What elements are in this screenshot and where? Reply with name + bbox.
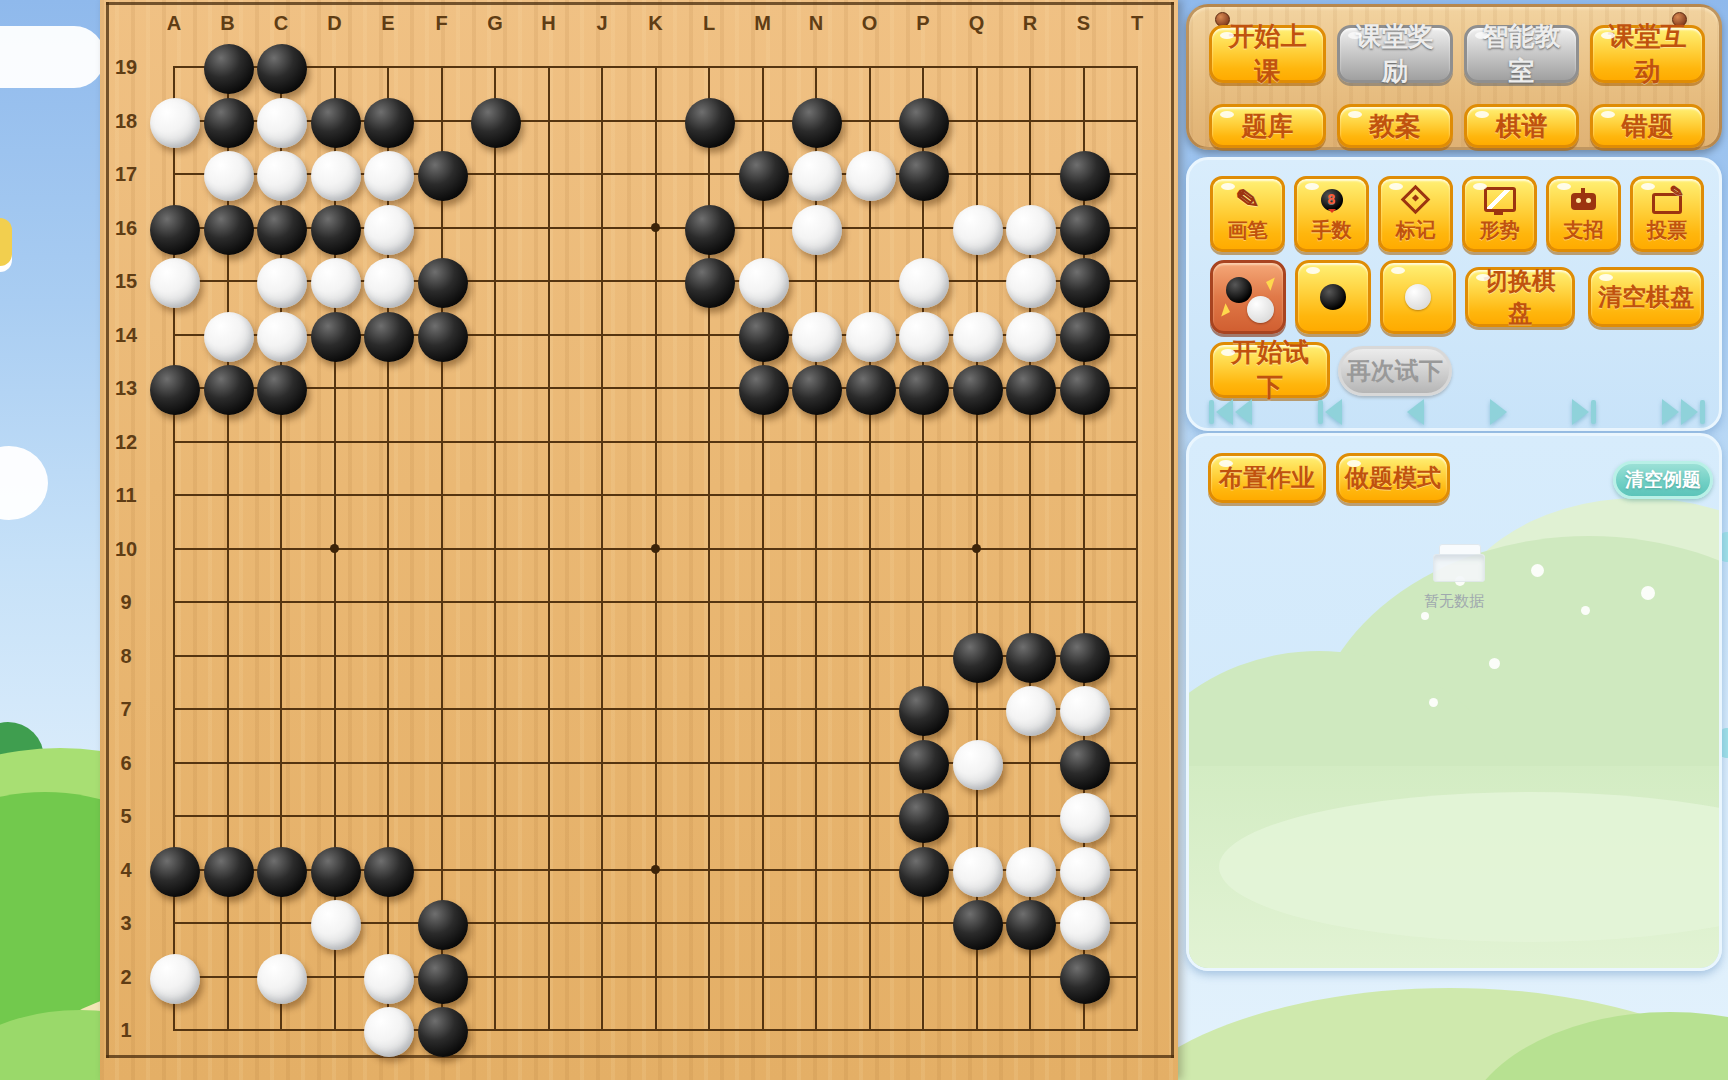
stone-black-F2[interactable]: [418, 954, 468, 1004]
grid-line: [762, 66, 764, 1031]
stone-black-R8[interactable]: [1006, 633, 1056, 683]
column-label: K: [644, 12, 668, 34]
stone-black-B18[interactable]: [204, 98, 254, 148]
stone-black-S8[interactable]: [1060, 633, 1110, 683]
stone-black-F15[interactable]: [418, 258, 468, 308]
board-layer: A19B18C17D16E15F14G13H12J11K10L9M8N7O6P5…: [0, 0, 1178, 1080]
smart-classroom-button[interactable]: 智能教室: [1464, 25, 1579, 83]
stone-white-P14[interactable]: [899, 312, 949, 362]
stone-black-L15[interactable]: [685, 258, 735, 308]
start-trial-button[interactable]: 开始试下: [1210, 342, 1330, 398]
row-label: 8: [104, 645, 148, 667]
stone-white-Q6[interactable]: [953, 740, 1003, 790]
mark-tool-button[interactable]: 标记: [1378, 176, 1453, 252]
row-label: 10: [104, 538, 148, 560]
stone-black-C4[interactable]: [257, 847, 307, 897]
stone-white-S3[interactable]: [1060, 900, 1110, 950]
stone-white-D17[interactable]: [311, 151, 361, 201]
stone-white-R4[interactable]: [1006, 847, 1056, 897]
stone-black-B13[interactable]: [204, 365, 254, 415]
game-record-button[interactable]: 棋谱: [1464, 104, 1579, 148]
row-label: 1: [104, 1019, 148, 1041]
black-stone-icon: [1320, 284, 1346, 310]
switch-board-button[interactable]: 切换棋盘: [1465, 267, 1575, 327]
stone-white-M15[interactable]: [739, 258, 789, 308]
stone-white-R14[interactable]: [1006, 312, 1056, 362]
empty-box-icon: [1433, 544, 1485, 582]
column-label: F: [430, 12, 454, 34]
stone-white-Q16[interactable]: [953, 205, 1003, 255]
stone-white-D3[interactable]: [311, 900, 361, 950]
stone-white-P15[interactable]: [899, 258, 949, 308]
row-label: 13: [104, 377, 148, 399]
prev-move-button[interactable]: [1407, 398, 1424, 426]
stone-white-A18[interactable]: [150, 98, 200, 148]
stone-white-B17[interactable]: [204, 151, 254, 201]
stone-white-S4[interactable]: [1060, 847, 1110, 897]
move-number-tool-button[interactable]: 8 手数: [1294, 176, 1369, 252]
column-label: N: [804, 12, 828, 34]
stone-black-P7[interactable]: [899, 686, 949, 736]
go-to-end-button[interactable]: [1662, 398, 1705, 426]
stone-black-R13[interactable]: [1006, 365, 1056, 415]
black-stone-button[interactable]: [1295, 260, 1371, 334]
stone-white-B14[interactable]: [204, 312, 254, 362]
star-point: [972, 544, 981, 553]
stone-black-N13[interactable]: [792, 365, 842, 415]
column-label: B: [216, 12, 240, 34]
stone-black-D4[interactable]: [311, 847, 361, 897]
row-label: 9: [104, 591, 148, 613]
stone-white-A15[interactable]: [150, 258, 200, 308]
stone-black-F17[interactable]: [418, 151, 468, 201]
pencil-icon: ✎: [1236, 185, 1259, 215]
stone-white-A2[interactable]: [150, 954, 200, 1004]
stone-black-S16[interactable]: [1060, 205, 1110, 255]
star-point: [651, 544, 660, 553]
column-label: S: [1072, 12, 1096, 34]
stone-white-R15[interactable]: [1006, 258, 1056, 308]
stone-white-E16[interactable]: [364, 205, 414, 255]
star-point: [330, 544, 339, 553]
tool-panel: ✎ 画笔 8 手数 标记 形势 支招 ✎ 投票: [1186, 157, 1722, 431]
app-window: A19B18C17D16E15F14G13H12J11K10L9M8N7O6P5…: [0, 0, 1728, 1080]
homework-panel: 布置作业 做题模式 清空例题 暂无数据: [1186, 433, 1722, 971]
stone-white-E17[interactable]: [364, 151, 414, 201]
stone-white-E15[interactable]: [364, 258, 414, 308]
column-label: H: [537, 12, 561, 34]
territory-tool-button[interactable]: 形势: [1462, 176, 1537, 252]
stone-white-O14[interactable]: [846, 312, 896, 362]
stone-black-A13[interactable]: [150, 365, 200, 415]
stone-black-S6[interactable]: [1060, 740, 1110, 790]
stone-black-F1[interactable]: [418, 1007, 468, 1057]
wrong-question-button[interactable]: 错题: [1590, 104, 1705, 148]
stone-black-L18[interactable]: [685, 98, 735, 148]
row-label: 15: [104, 270, 148, 292]
mark-diamond-icon: [1405, 185, 1426, 215]
row-label: 2: [104, 966, 148, 988]
question-bank-button[interactable]: 题库: [1209, 104, 1326, 148]
classroom-panel: 开始上课 课堂奖励 智能教室 课堂互动 题库 教案 棋谱 错题: [1186, 4, 1722, 150]
class-reward-button[interactable]: 课堂奖励: [1337, 25, 1453, 83]
stone-white-C17[interactable]: [257, 151, 307, 201]
next-move-button[interactable]: [1490, 398, 1507, 426]
stone-white-O17[interactable]: [846, 151, 896, 201]
grid-line: [173, 708, 1138, 710]
stone-white-R7[interactable]: [1006, 686, 1056, 736]
stone-white-S5[interactable]: [1060, 793, 1110, 843]
stone-black-A4[interactable]: [150, 847, 200, 897]
column-label: P: [911, 12, 935, 34]
stone-black-Q13[interactable]: [953, 365, 1003, 415]
stone-black-M17[interactable]: [739, 151, 789, 201]
step-back-button[interactable]: [1318, 398, 1342, 426]
clear-examples-button[interactable]: 清空例题: [1613, 461, 1713, 499]
stone-black-B4[interactable]: [204, 847, 254, 897]
column-label: O: [858, 12, 882, 34]
star-point: [651, 865, 660, 874]
class-interact-button[interactable]: 课堂互动: [1590, 25, 1705, 83]
row-label: 16: [104, 217, 148, 239]
stone-white-E1[interactable]: [364, 1007, 414, 1057]
swap-arrow-icon: [1257, 273, 1275, 291]
stone-white-N16[interactable]: [792, 205, 842, 255]
stone-white-Q14[interactable]: [953, 312, 1003, 362]
stone-black-E18[interactable]: [364, 98, 414, 148]
white-stone-icon: [1247, 296, 1274, 323]
stone-black-E14[interactable]: [364, 312, 414, 362]
stone-black-D18[interactable]: [311, 98, 361, 148]
hint-tool-button[interactable]: 支招: [1546, 176, 1621, 252]
stone-black-P6[interactable]: [899, 740, 949, 790]
stone-black-D14[interactable]: [311, 312, 361, 362]
stone-white-Q4[interactable]: [953, 847, 1003, 897]
stone-white-C18[interactable]: [257, 98, 307, 148]
stone-black-P13[interactable]: [899, 365, 949, 415]
stone-black-M14[interactable]: [739, 312, 789, 362]
row-label: 4: [104, 859, 148, 881]
assign-homework-button[interactable]: 布置作业: [1208, 453, 1326, 503]
alternate-stone-toggle[interactable]: [1210, 260, 1286, 334]
empty-state-text: 暂无数据: [1189, 592, 1719, 611]
stone-black-R3[interactable]: [1006, 900, 1056, 950]
white-stone-button[interactable]: [1380, 260, 1456, 334]
stone-black-B16[interactable]: [204, 205, 254, 255]
stone-black-L16[interactable]: [685, 205, 735, 255]
column-label: J: [590, 12, 614, 34]
row-label: 18: [104, 110, 148, 132]
swap-arrow-icon: [1221, 303, 1239, 321]
stone-black-Q8[interactable]: [953, 633, 1003, 683]
hint-robot-icon: [1571, 185, 1596, 215]
black-stone-icon: [1226, 277, 1252, 303]
stone-black-P18[interactable]: [899, 98, 949, 148]
stone-white-N17[interactable]: [792, 151, 842, 201]
stone-black-S13[interactable]: [1060, 365, 1110, 415]
stone-white-N14[interactable]: [792, 312, 842, 362]
stone-black-G18[interactable]: [471, 98, 521, 148]
grid-line: [173, 815, 1138, 817]
white-stone-icon: [1405, 284, 1431, 310]
clear-board-button[interactable]: 清空棋盘: [1588, 267, 1704, 327]
row-label: 17: [104, 163, 148, 185]
column-label: T: [1125, 12, 1149, 34]
row-label: 12: [104, 431, 148, 453]
column-label: C: [269, 12, 293, 34]
stone-black-F3[interactable]: [418, 900, 468, 950]
stone-white-S7[interactable]: [1060, 686, 1110, 736]
stone-white-C15[interactable]: [257, 258, 307, 308]
start-class-button[interactable]: 开始上课: [1209, 25, 1326, 83]
grid-line: [173, 1029, 1138, 1031]
grid-line: [173, 976, 1138, 978]
stone-white-C14[interactable]: [257, 312, 307, 362]
stone-black-Q3[interactable]: [953, 900, 1003, 950]
column-label: G: [483, 12, 507, 34]
column-label: Q: [965, 12, 989, 34]
stone-black-A16[interactable]: [150, 205, 200, 255]
row-label: 3: [104, 912, 148, 934]
step-forward-button[interactable]: [1572, 398, 1596, 426]
stone-black-F14[interactable]: [418, 312, 468, 362]
row-label: 6: [104, 752, 148, 774]
row-label: 19: [104, 56, 148, 78]
stone-black-B19[interactable]: [204, 44, 254, 94]
row-label: 14: [104, 324, 148, 346]
territory-monitor-icon: [1484, 185, 1516, 215]
row-label: 7: [104, 698, 148, 720]
column-label: R: [1018, 12, 1042, 34]
stone-black-M13[interactable]: [739, 365, 789, 415]
grid-line: [173, 601, 1138, 603]
stone-white-D15[interactable]: [311, 258, 361, 308]
lesson-plan-button[interactable]: 教案: [1337, 104, 1453, 148]
exercise-mode-button[interactable]: 做题模式: [1336, 453, 1450, 503]
stone-black-C13[interactable]: [257, 365, 307, 415]
column-label: A: [162, 12, 186, 34]
row-label: 5: [104, 805, 148, 827]
column-label: L: [697, 12, 721, 34]
star-point: [651, 223, 660, 232]
retry-trial-button[interactable]: 再次试下: [1338, 346, 1452, 396]
row-label: 11: [104, 484, 148, 506]
vote-ballot-icon: ✎: [1652, 185, 1682, 215]
grid-line: [869, 66, 871, 1031]
go-to-start-button[interactable]: [1209, 398, 1252, 426]
stone-white-R16[interactable]: [1006, 205, 1056, 255]
stone-black-P5[interactable]: [899, 793, 949, 843]
stone-black-S2[interactable]: [1060, 954, 1110, 1004]
column-label: E: [376, 12, 400, 34]
stone-black-S17[interactable]: [1060, 151, 1110, 201]
stone-black-P17[interactable]: [899, 151, 949, 201]
stone-black-N18[interactable]: [792, 98, 842, 148]
grid-line: [1136, 66, 1138, 1031]
stone-white-E2[interactable]: [364, 954, 414, 1004]
stone-white-C2[interactable]: [257, 954, 307, 1004]
stone-black-S15[interactable]: [1060, 258, 1110, 308]
stone-black-E4[interactable]: [364, 847, 414, 897]
brush-tool-button[interactable]: ✎ 画笔: [1210, 176, 1285, 252]
stone-black-D16[interactable]: [311, 205, 361, 255]
stone-black-S14[interactable]: [1060, 312, 1110, 362]
stone-black-P4[interactable]: [899, 847, 949, 897]
column-label: D: [323, 12, 347, 34]
stone-black-C19[interactable]: [257, 44, 307, 94]
column-label: M: [751, 12, 775, 34]
stone-black-C16[interactable]: [257, 205, 307, 255]
stone-black-O13[interactable]: [846, 365, 896, 415]
vote-tool-button[interactable]: ✎ 投票: [1630, 176, 1704, 252]
move-number-icon: 8: [1321, 185, 1343, 215]
